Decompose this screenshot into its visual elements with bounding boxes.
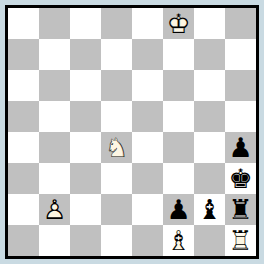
square-b5[interactable] [39,101,70,132]
square-b1[interactable] [39,225,70,256]
square-h2[interactable]: ♜ [225,194,256,225]
square-a5[interactable] [8,101,39,132]
square-c7[interactable] [70,39,101,70]
square-a4[interactable] [8,132,39,163]
square-f6[interactable] [163,70,194,101]
square-b8[interactable] [39,8,70,39]
square-f7[interactable] [163,39,194,70]
square-a1[interactable] [8,225,39,256]
piece-black-bishop[interactable]: ♝ [194,194,225,225]
piece-black-pawn[interactable]: ♟ [163,194,194,225]
square-d8[interactable] [101,8,132,39]
square-c4[interactable] [70,132,101,163]
piece-outline: ♙ [39,194,70,225]
square-e4[interactable] [132,132,163,163]
piece-black-rook[interactable]: ♜ [225,194,256,225]
square-b6[interactable] [39,70,70,101]
square-d6[interactable] [101,70,132,101]
square-e6[interactable] [132,70,163,101]
square-d1[interactable] [101,225,132,256]
square-f3[interactable] [163,163,194,194]
square-f5[interactable] [163,101,194,132]
square-c1[interactable] [70,225,101,256]
board-frame: ♚♔♞♘♟♚♟♙♟♝♜♝♗♜♖ [0,0,264,264]
square-h8[interactable] [225,8,256,39]
square-c3[interactable] [70,163,101,194]
piece-white-king[interactable]: ♚♔ [163,8,194,39]
piece-black-king[interactable]: ♚ [225,163,256,194]
square-h7[interactable] [225,39,256,70]
piece-white-knight[interactable]: ♞♘ [101,132,132,163]
square-c5[interactable] [70,101,101,132]
square-e7[interactable] [132,39,163,70]
piece-outline: ♗ [163,225,194,256]
square-f1[interactable]: ♝♗ [163,225,194,256]
square-e8[interactable] [132,8,163,39]
square-c6[interactable] [70,70,101,101]
square-g5[interactable] [194,101,225,132]
square-f4[interactable] [163,132,194,163]
square-h1[interactable]: ♜♖ [225,225,256,256]
board-border: ♚♔♞♘♟♚♟♙♟♝♜♝♗♜♖ [5,5,259,259]
square-a6[interactable] [8,70,39,101]
square-d3[interactable] [101,163,132,194]
square-h3[interactable]: ♚ [225,163,256,194]
piece-outline: ♘ [101,132,132,163]
square-h4[interactable]: ♟ [225,132,256,163]
square-d4[interactable]: ♞♘ [101,132,132,163]
square-b7[interactable] [39,39,70,70]
piece-white-bishop[interactable]: ♝♗ [163,225,194,256]
square-h6[interactable] [225,70,256,101]
square-f2[interactable]: ♟ [163,194,194,225]
square-a3[interactable] [8,163,39,194]
square-g1[interactable] [194,225,225,256]
square-g3[interactable] [194,163,225,194]
square-d7[interactable] [101,39,132,70]
square-f8[interactable]: ♚♔ [163,8,194,39]
square-g8[interactable] [194,8,225,39]
chess-board[interactable]: ♚♔♞♘♟♚♟♙♟♝♜♝♗♜♖ [8,8,256,256]
square-b3[interactable] [39,163,70,194]
square-h5[interactable] [225,101,256,132]
square-e1[interactable] [132,225,163,256]
square-c8[interactable] [70,8,101,39]
square-e5[interactable] [132,101,163,132]
square-g6[interactable] [194,70,225,101]
square-g7[interactable] [194,39,225,70]
piece-outline: ♔ [163,8,194,39]
piece-outline: ♖ [225,225,256,256]
square-e2[interactable] [132,194,163,225]
piece-white-rook[interactable]: ♜♖ [225,225,256,256]
square-a7[interactable] [8,39,39,70]
piece-black-pawn[interactable]: ♟ [225,132,256,163]
square-g4[interactable] [194,132,225,163]
square-d2[interactable] [101,194,132,225]
square-a2[interactable] [8,194,39,225]
square-g2[interactable]: ♝ [194,194,225,225]
piece-white-pawn[interactable]: ♟♙ [39,194,70,225]
square-e3[interactable] [132,163,163,194]
square-b2[interactable]: ♟♙ [39,194,70,225]
square-b4[interactable] [39,132,70,163]
square-d5[interactable] [101,101,132,132]
square-c2[interactable] [70,194,101,225]
square-a8[interactable] [8,8,39,39]
